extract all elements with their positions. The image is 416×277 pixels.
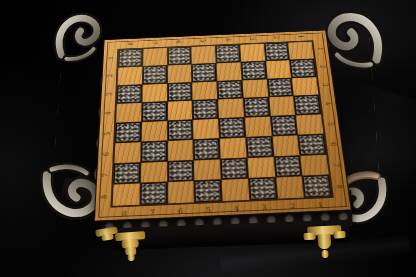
square-r1c3 xyxy=(167,47,191,65)
coordinate-label: 6 xyxy=(166,205,194,217)
coordinate-label: 1 xyxy=(306,199,335,211)
square-r3c6 xyxy=(242,79,267,98)
square-r7c3 xyxy=(168,160,194,181)
square-r8c5 xyxy=(222,179,249,201)
chess-box-top: 87654321 87654321 12345678 12345678 xyxy=(95,30,351,220)
square-r7c2 xyxy=(141,161,167,182)
square-r5c3 xyxy=(168,120,193,140)
square-r4c5 xyxy=(218,99,244,118)
square-r2c6 xyxy=(241,61,266,79)
square-r4c1 xyxy=(116,103,141,122)
brass-latch xyxy=(303,225,349,263)
square-r3c1 xyxy=(117,85,142,104)
coordinate-label: 7 xyxy=(138,206,166,218)
square-r6c8 xyxy=(298,134,326,155)
square-r5c8 xyxy=(296,114,323,134)
coordinate-label: 8 xyxy=(110,207,138,219)
square-r5c5 xyxy=(219,118,245,138)
square-r2c3 xyxy=(167,64,191,82)
square-r5c2 xyxy=(141,121,166,141)
coordinate-label: 4 xyxy=(222,202,251,214)
square-r6c3 xyxy=(168,140,194,161)
square-r4c4 xyxy=(193,100,218,119)
square-r6c2 xyxy=(141,141,167,162)
square-r2c2 xyxy=(143,65,167,83)
square-r4c6 xyxy=(243,98,269,117)
square-r4c7 xyxy=(269,96,295,115)
square-r6c7 xyxy=(272,135,299,156)
square-r8c4 xyxy=(195,180,222,202)
square-r5c7 xyxy=(270,116,297,136)
coordinate-label: 3 xyxy=(250,201,279,213)
square-r1c6 xyxy=(240,44,265,62)
square-r1c2 xyxy=(143,48,167,66)
square-r8c6 xyxy=(249,178,277,200)
square-r8c3 xyxy=(168,181,194,203)
square-r2c4 xyxy=(192,63,216,81)
coordinate-label: 2 xyxy=(278,200,307,212)
board-grid xyxy=(110,40,333,207)
square-r2c1 xyxy=(118,67,142,85)
square-r3c2 xyxy=(142,83,166,102)
square-r5c1 xyxy=(115,122,141,142)
board-face: 87654321 87654321 12345678 12345678 xyxy=(95,30,351,220)
square-r6c5 xyxy=(220,138,246,159)
coordinate-label: 5 xyxy=(194,204,222,216)
brass-hinge xyxy=(113,231,151,265)
square-r7c8 xyxy=(301,154,329,175)
square-r4c8 xyxy=(294,95,321,114)
square-r7c6 xyxy=(247,157,274,178)
square-r7c5 xyxy=(221,158,248,179)
square-r8c1 xyxy=(113,184,140,206)
square-r8c7 xyxy=(276,177,304,199)
square-r7c1 xyxy=(114,163,140,184)
square-r1c4 xyxy=(192,46,216,64)
square-r8c2 xyxy=(140,183,166,205)
square-r3c3 xyxy=(167,82,191,101)
square-r7c7 xyxy=(274,156,302,177)
square-r1c8 xyxy=(288,42,313,60)
square-r3c8 xyxy=(292,77,318,96)
square-r3c4 xyxy=(192,81,217,100)
square-r5c6 xyxy=(245,117,271,137)
square-r7c4 xyxy=(194,159,220,180)
square-r8c8 xyxy=(303,175,332,197)
square-r6c4 xyxy=(194,139,220,160)
square-r2c5 xyxy=(217,62,242,80)
square-r1c5 xyxy=(216,45,240,63)
square-r4c2 xyxy=(142,102,167,121)
square-r3c7 xyxy=(267,78,293,97)
square-r2c8 xyxy=(290,59,316,77)
square-r1c1 xyxy=(118,49,142,67)
square-r4c3 xyxy=(168,101,193,120)
square-r3c5 xyxy=(217,80,242,99)
square-r5c4 xyxy=(193,119,219,139)
square-r6c1 xyxy=(114,142,140,163)
square-r2c7 xyxy=(266,60,291,78)
photo-stage: 87654321 87654321 12345678 12345678 xyxy=(0,0,416,277)
square-r6c6 xyxy=(246,136,273,157)
square-r1c7 xyxy=(264,43,289,61)
